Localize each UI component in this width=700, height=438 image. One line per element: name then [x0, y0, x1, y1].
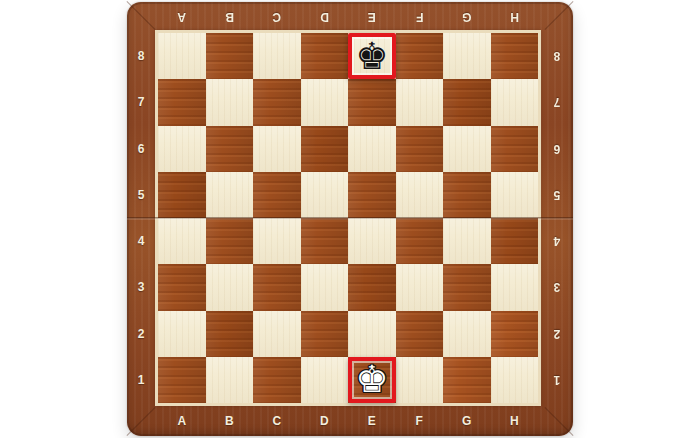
square-b6[interactable]: [206, 126, 254, 172]
rank-labels-left: 87654321: [127, 33, 155, 403]
square-h5[interactable]: [491, 172, 539, 218]
square-f7[interactable]: [396, 79, 444, 125]
rank-label-7: 7: [127, 79, 155, 125]
square-b8[interactable]: [206, 33, 254, 79]
square-e6[interactable]: [348, 126, 396, 172]
square-e5[interactable]: [348, 172, 396, 218]
rank-label-2: 2: [127, 311, 155, 357]
file-label-e: E: [348, 411, 396, 431]
square-g6[interactable]: [443, 126, 491, 172]
square-b2[interactable]: [206, 311, 254, 357]
file-label-b: B: [206, 411, 254, 431]
square-e8[interactable]: ♚: [348, 33, 396, 79]
square-g3[interactable]: [443, 264, 491, 310]
square-h2[interactable]: [491, 311, 539, 357]
square-c4[interactable]: [253, 218, 301, 264]
rank-label-5: 5: [541, 172, 573, 218]
board-grid: ♚♚: [158, 33, 538, 403]
chessboard: ABCDEFGH ABCDEFGH 87654321 87654321 ♚♚: [127, 2, 573, 436]
square-c1[interactable]: [253, 357, 301, 403]
square-h1[interactable]: [491, 357, 539, 403]
square-b4[interactable]: [206, 218, 254, 264]
square-h7[interactable]: [491, 79, 539, 125]
frame-mitre-top-right: [545, 1, 574, 30]
frame-mitre-bottom-left: [127, 407, 156, 436]
square-a1[interactable]: [158, 357, 206, 403]
file-label-f: F: [396, 7, 444, 27]
file-label-c: C: [253, 7, 301, 27]
rank-label-7: 7: [541, 79, 573, 125]
square-b5[interactable]: [206, 172, 254, 218]
square-f8[interactable]: [396, 33, 444, 79]
rank-labels-right: 87654321: [541, 33, 573, 403]
file-label-c: C: [253, 411, 301, 431]
square-b3[interactable]: [206, 264, 254, 310]
square-c2[interactable]: [253, 311, 301, 357]
square-d8[interactable]: [301, 33, 349, 79]
square-c6[interactable]: [253, 126, 301, 172]
square-d3[interactable]: [301, 264, 349, 310]
rank-label-1: 1: [127, 357, 155, 403]
file-label-g: G: [443, 411, 491, 431]
square-f2[interactable]: [396, 311, 444, 357]
rank-label-8: 8: [541, 33, 573, 79]
rank-label-6: 6: [541, 126, 573, 172]
square-c5[interactable]: [253, 172, 301, 218]
file-label-a: A: [158, 7, 206, 27]
rank-label-3: 3: [127, 264, 155, 310]
square-d1[interactable]: [301, 357, 349, 403]
square-e7[interactable]: [348, 79, 396, 125]
file-label-e: E: [348, 7, 396, 27]
playing-area: ♚♚: [155, 30, 541, 406]
square-a2[interactable]: [158, 311, 206, 357]
square-g2[interactable]: [443, 311, 491, 357]
square-h3[interactable]: [491, 264, 539, 310]
square-a8[interactable]: [158, 33, 206, 79]
square-d7[interactable]: [301, 79, 349, 125]
rank-label-4: 4: [541, 218, 573, 264]
rank-label-5: 5: [127, 172, 155, 218]
square-g8[interactable]: [443, 33, 491, 79]
square-g1[interactable]: [443, 357, 491, 403]
file-label-g: G: [443, 7, 491, 27]
square-e1[interactable]: ♚: [348, 357, 396, 403]
square-a5[interactable]: [158, 172, 206, 218]
square-d6[interactable]: [301, 126, 349, 172]
file-label-h: H: [491, 411, 539, 431]
file-label-d: D: [301, 7, 349, 27]
white-king-icon[interactable]: ♚: [355, 361, 388, 398]
square-d2[interactable]: [301, 311, 349, 357]
square-h8[interactable]: [491, 33, 539, 79]
file-labels-bottom: ABCDEFGH: [158, 411, 538, 431]
square-f6[interactable]: [396, 126, 444, 172]
square-f3[interactable]: [396, 264, 444, 310]
frame-mitre-bottom-right: [545, 407, 574, 436]
square-a7[interactable]: [158, 79, 206, 125]
file-label-b: B: [206, 7, 254, 27]
frame-mitre-top-left: [127, 1, 156, 30]
rank-label-1: 1: [541, 357, 573, 403]
square-f4[interactable]: [396, 218, 444, 264]
rank-label-3: 3: [541, 264, 573, 310]
square-e4[interactable]: [348, 218, 396, 264]
square-d4[interactable]: [301, 218, 349, 264]
square-h6[interactable]: [491, 126, 539, 172]
black-king-icon[interactable]: ♚: [355, 38, 388, 75]
square-b1[interactable]: [206, 357, 254, 403]
square-g5[interactable]: [443, 172, 491, 218]
square-c3[interactable]: [253, 264, 301, 310]
square-a4[interactable]: [158, 218, 206, 264]
square-c8[interactable]: [253, 33, 301, 79]
square-a6[interactable]: [158, 126, 206, 172]
file-label-h: H: [491, 7, 539, 27]
rank-label-8: 8: [127, 33, 155, 79]
file-labels-top: ABCDEFGH: [158, 7, 538, 27]
square-a3[interactable]: [158, 264, 206, 310]
square-d5[interactable]: [301, 172, 349, 218]
square-e3[interactable]: [348, 264, 396, 310]
square-g4[interactable]: [443, 218, 491, 264]
rank-label-6: 6: [127, 126, 155, 172]
square-h4[interactable]: [491, 218, 539, 264]
square-e2[interactable]: [348, 311, 396, 357]
square-f1[interactable]: [396, 357, 444, 403]
file-label-f: F: [396, 411, 444, 431]
square-c7[interactable]: [253, 79, 301, 125]
file-label-d: D: [301, 411, 349, 431]
square-f5[interactable]: [396, 172, 444, 218]
square-b7[interactable]: [206, 79, 254, 125]
square-g7[interactable]: [443, 79, 491, 125]
file-label-a: A: [158, 411, 206, 431]
rank-label-4: 4: [127, 218, 155, 264]
rank-label-2: 2: [541, 311, 573, 357]
